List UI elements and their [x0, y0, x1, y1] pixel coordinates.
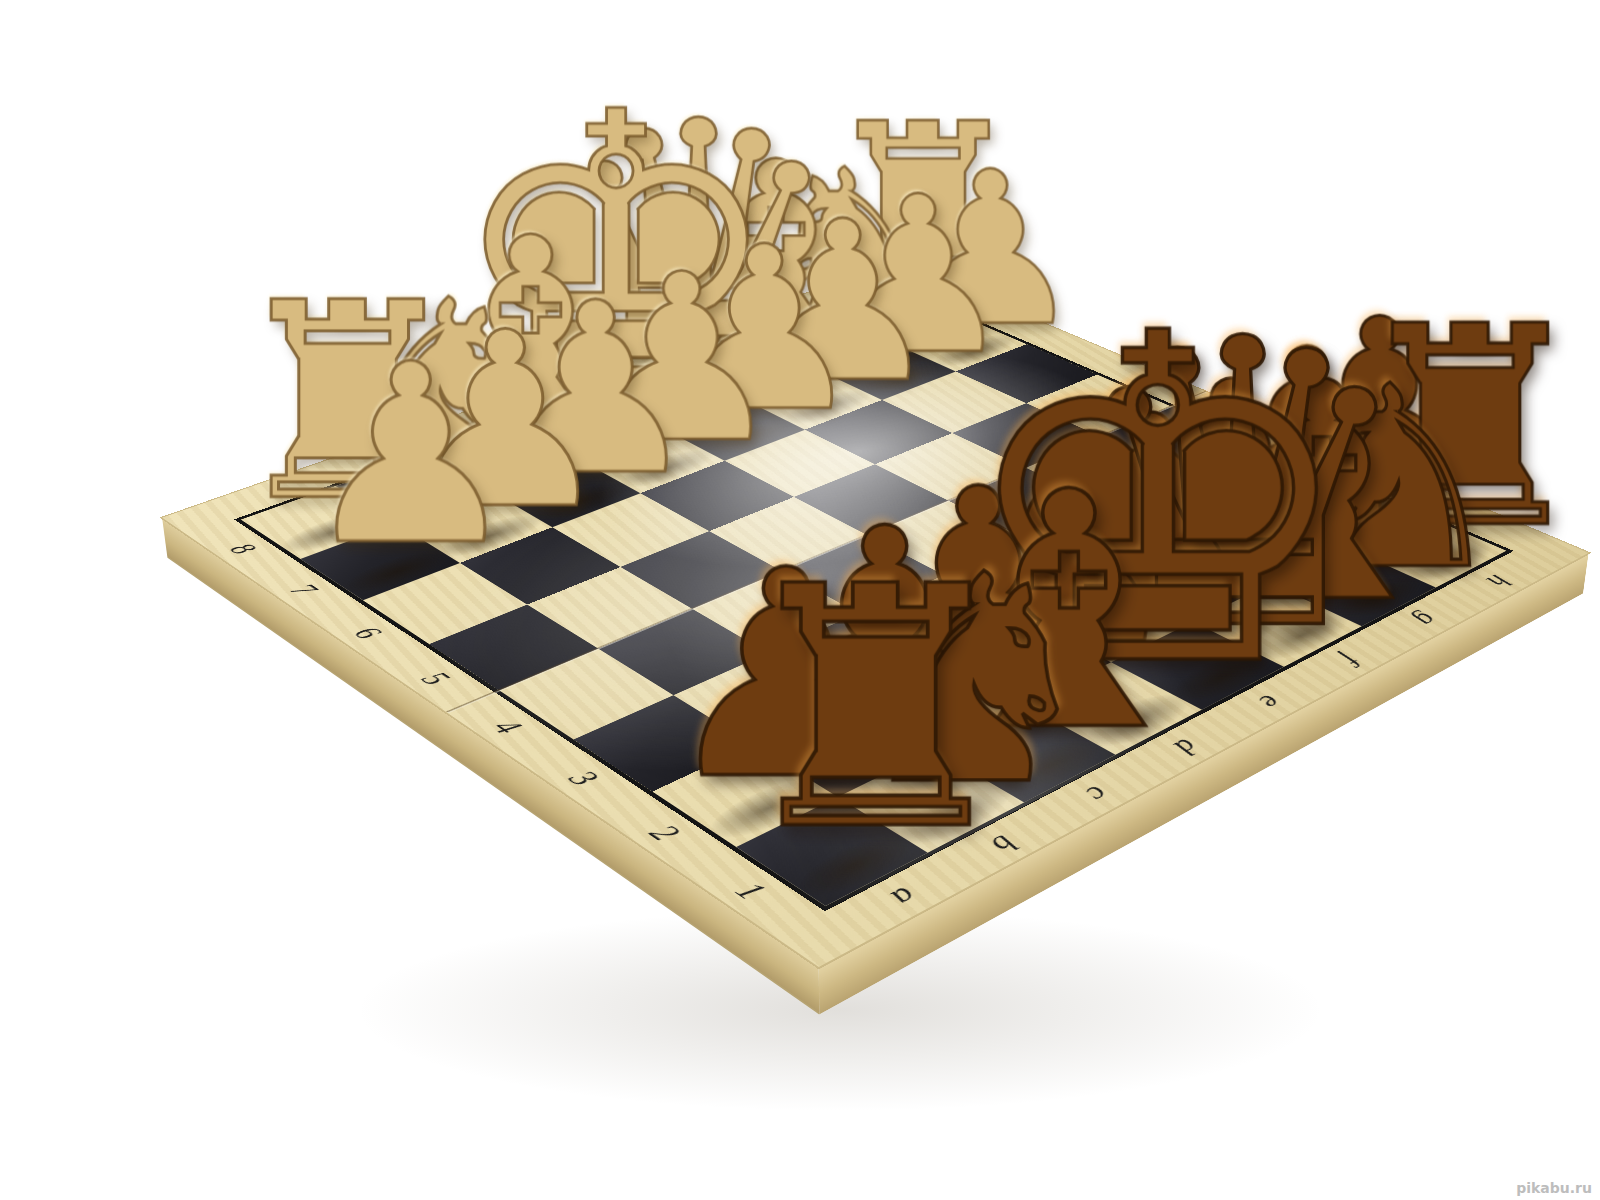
- playfield: ♜♞♝♚♛♝♞♜♟♟♟♟♟♟♟♟♟♟♟♟♟♟♟♟♜♞♝♚♛♝♞♜: [234, 285, 1514, 911]
- chessboard: ♜♞♝♚♛♝♞♜♟♟♟♟♟♟♟♟♟♟♟♟♟♟♟♟♜♞♝♚♛♝♞♜ 1234567…: [162, 262, 1589, 967]
- chessboard-grid: ♜♞♝♚♛♝♞♜♟♟♟♟♟♟♟♟♟♟♟♟♟♟♟♟♜♞♝♚♛♝♞♜: [241, 287, 1507, 906]
- white-pawn-a7[interactable]: ♟: [300, 331, 522, 578]
- board-scene: ♜♞♝♚♛♝♞♜♟♟♟♟♟♟♟♟♟♟♟♟♟♟♟♟♜♞♝♚♛♝♞♜ 1234567…: [362, 30, 1372, 1040]
- black-rook-a1[interactable]: ♜: [727, 544, 1025, 876]
- watermark: pikabu.ru: [1516, 1180, 1592, 1196]
- photo-stage: ♜♞♝♚♛♝♞♜♟♟♟♟♟♟♟♟♟♟♟♟♟♟♟♟♜♞♝♚♛♝♞♜ 1234567…: [0, 0, 1600, 1200]
